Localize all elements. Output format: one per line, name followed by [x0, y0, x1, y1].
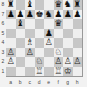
chess-board: ♜♝♛♞♜♟♟♟♚♞♟♟♟♝♛♟♗♙♙♙♘♙♘♙♙♙♖♖♔ [6, 0, 83, 77]
chess-diagram: 87654321 ♜♝♛♞♜♟♟♟♚♞♟♟♟♝♛♟♗♙♙♙♘♙♘♙♙♙♖♖♔ a… [0, 0, 87, 87]
square-f7[interactable]: ♟ [54, 10, 64, 20]
square-f5[interactable] [54, 29, 64, 39]
square-g6[interactable] [63, 19, 73, 29]
file-label-e: e [44, 78, 54, 87]
black-pawn-f7: ♟ [54, 10, 62, 19]
square-h4[interactable] [73, 38, 83, 48]
square-g4[interactable] [63, 38, 73, 48]
black-pawn-h7: ♟ [73, 10, 81, 19]
white-rook-d1: ♖ [35, 67, 43, 76]
file-label-h: h [73, 78, 83, 87]
white-pawn-a2: ♙ [7, 57, 15, 66]
square-h6[interactable] [73, 19, 83, 29]
square-a1[interactable] [6, 67, 16, 77]
black-rook-h8: ♜ [73, 0, 81, 9]
square-a3[interactable]: ♙ [6, 48, 16, 58]
white-knight-f3: ♘ [54, 48, 62, 57]
black-queen-f8: ♛ [54, 0, 62, 9]
square-b4[interactable] [16, 38, 26, 48]
square-b5[interactable] [16, 29, 26, 39]
square-c3[interactable]: ♙ [25, 48, 35, 58]
white-king-g1: ♔ [64, 67, 72, 76]
file-label-f: f [54, 78, 64, 87]
square-b7[interactable]: ♟ [16, 10, 26, 20]
square-f4[interactable] [54, 38, 64, 48]
square-e3[interactable] [44, 48, 54, 58]
square-h5[interactable] [73, 29, 83, 39]
square-a5[interactable] [6, 29, 16, 39]
square-g8[interactable]: ♞ [63, 0, 73, 10]
white-pawn-h2: ♙ [73, 57, 81, 66]
square-a7[interactable]: ♟ [6, 10, 16, 20]
square-e4[interactable]: ♙ [44, 38, 54, 48]
square-f3[interactable]: ♘ [54, 48, 64, 58]
square-c5[interactable] [25, 29, 35, 39]
square-g2[interactable]: ♙ [63, 57, 73, 67]
square-e8[interactable] [44, 0, 54, 10]
file-label-c: c [25, 78, 35, 87]
square-c4[interactable]: ♗ [25, 38, 35, 48]
square-b3[interactable] [16, 48, 26, 58]
square-f6[interactable]: ♛ [54, 19, 64, 29]
square-c6[interactable] [25, 19, 35, 29]
square-f8[interactable]: ♛ [54, 0, 64, 10]
square-d7[interactable]: ♚ [35, 10, 45, 20]
square-g1[interactable]: ♔ [63, 67, 73, 77]
square-g7[interactable]: ♟ [63, 10, 73, 20]
file-labels: abcdefgh [6, 78, 82, 87]
square-d8[interactable] [35, 0, 45, 10]
black-pawn-g7: ♟ [64, 10, 72, 19]
file-label-a: a [6, 78, 16, 87]
square-c1[interactable] [25, 67, 35, 77]
square-f1[interactable]: ♖ [54, 67, 64, 77]
black-pawn-e5: ♟ [45, 29, 53, 38]
square-e5[interactable]: ♟ [44, 29, 54, 39]
square-a6[interactable] [6, 19, 16, 29]
square-c2[interactable] [25, 57, 35, 67]
black-bishop-b6: ♝ [16, 19, 24, 28]
black-queen-f6: ♛ [54, 19, 62, 28]
white-pawn-a3: ♙ [7, 48, 15, 57]
square-f2[interactable]: ♙ [54, 57, 64, 67]
square-e2[interactable] [44, 57, 54, 67]
square-a8[interactable]: ♜ [6, 0, 16, 10]
square-h7[interactable]: ♟ [73, 10, 83, 20]
black-king-d7: ♚ [35, 10, 43, 19]
white-pawn-g2: ♙ [64, 57, 72, 66]
square-h2[interactable]: ♙ [73, 57, 83, 67]
black-pawn-c7: ♟ [26, 10, 34, 19]
white-bishop-c4: ♗ [26, 38, 34, 47]
square-c8[interactable]: ♝ [25, 0, 35, 10]
square-g3[interactable] [63, 48, 73, 58]
square-d4[interactable] [35, 38, 45, 48]
square-d1[interactable]: ♖ [35, 67, 45, 77]
square-b2[interactable] [16, 57, 26, 67]
square-d3[interactable] [35, 48, 45, 58]
black-rook-a8: ♜ [7, 0, 15, 9]
square-e7[interactable]: ♞ [44, 10, 54, 20]
black-knight-e7: ♞ [45, 10, 53, 19]
square-a2[interactable]: ♙ [6, 57, 16, 67]
square-e6[interactable] [44, 19, 54, 29]
square-a4[interactable] [6, 38, 16, 48]
black-pawn-a7: ♟ [7, 10, 15, 19]
black-pawn-b7: ♟ [16, 10, 24, 19]
file-label-d: d [35, 78, 45, 87]
white-rook-f1: ♖ [54, 67, 62, 76]
square-c7[interactable]: ♟ [25, 10, 35, 20]
square-b6[interactable]: ♝ [16, 19, 26, 29]
square-d6[interactable] [35, 19, 45, 29]
black-bishop-c8: ♝ [26, 0, 34, 9]
square-d5[interactable] [35, 29, 45, 39]
square-g5[interactable] [63, 29, 73, 39]
square-d2[interactable]: ♘ [35, 57, 45, 67]
square-h3[interactable] [73, 48, 83, 58]
square-b8[interactable] [16, 0, 26, 10]
square-h8[interactable]: ♜ [73, 0, 83, 10]
white-pawn-f2: ♙ [54, 57, 62, 66]
white-pawn-c3: ♙ [26, 48, 34, 57]
white-knight-d2: ♘ [35, 57, 43, 66]
file-label-g: g [63, 78, 73, 87]
file-label-b: b [16, 78, 26, 87]
square-e1[interactable] [44, 67, 54, 77]
black-knight-g8: ♞ [64, 0, 72, 9]
square-b1[interactable] [16, 67, 26, 77]
white-pawn-e4: ♙ [45, 38, 53, 47]
square-h1[interactable] [73, 67, 83, 77]
